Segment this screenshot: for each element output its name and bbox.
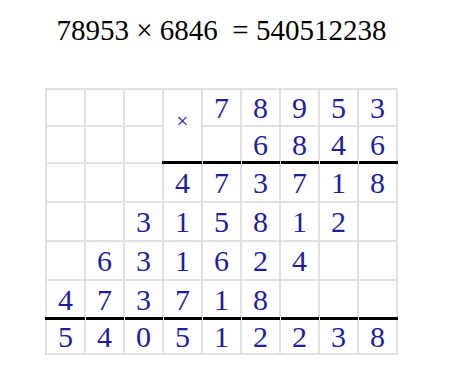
empty-cell [47, 242, 84, 279]
digit-cell: 8 [242, 90, 279, 125]
empty-cell [86, 90, 123, 125]
digit-cell: 4 [281, 242, 318, 279]
digit-cell: 2 [281, 320, 318, 353]
rule-gap-dot [241, 317, 242, 320]
digit-cell: 7 [281, 164, 318, 201]
digit-cell: 8 [242, 203, 279, 240]
empty-cell [203, 127, 240, 162]
multiplication-grid: ×789536846473718315812631624473718540512… [45, 88, 398, 355]
empty-cell [86, 164, 123, 201]
rule-gap-dot [202, 161, 203, 164]
digit-cell: 3 [359, 90, 396, 125]
rule-gap-dot [202, 317, 203, 320]
empty-cell [320, 242, 357, 279]
digit-cell: 9 [281, 90, 318, 125]
digit-cell: 7 [203, 164, 240, 201]
digit-cell: 2 [242, 242, 279, 279]
empty-cell [47, 127, 84, 162]
digit-cell: 3 [320, 320, 357, 353]
empty-cell [281, 281, 318, 318]
digit-cell: 3 [125, 281, 162, 318]
empty-cell [359, 203, 396, 240]
empty-cell [125, 90, 162, 125]
empty-cell [47, 90, 84, 125]
digit-cell: 1 [281, 203, 318, 240]
digit-cell: 3 [125, 242, 162, 279]
digit-cell: 6 [242, 127, 279, 162]
rule-gap-dot [280, 317, 281, 320]
digit-cell: 1 [320, 164, 357, 201]
digit-cell: 5 [203, 203, 240, 240]
rule-gap-dot [358, 317, 359, 320]
digit-cell: 4 [86, 320, 123, 353]
digit-cell: 7 [164, 281, 201, 318]
digit-cell: 5 [320, 90, 357, 125]
rule-gap-dot [319, 317, 320, 320]
digit-cell: 3 [242, 164, 279, 201]
sum-rule [45, 317, 398, 320]
rule-gap-dot [85, 317, 86, 320]
empty-cell [86, 203, 123, 240]
digit-cell: 6 [203, 242, 240, 279]
digit-cell: 1 [164, 242, 201, 279]
digit-cell: 2 [242, 320, 279, 353]
rule-gap-dot [319, 161, 320, 164]
rule-gap-dot [124, 317, 125, 320]
digit-cell: 7 [86, 281, 123, 318]
rule-gap-dot [163, 317, 164, 320]
digit-cell: 5 [164, 320, 201, 353]
digit-grid: ×789536846473718315812631624473718540512… [45, 88, 398, 355]
digit-cell: 4 [164, 164, 201, 201]
multiply-sign-cell: × [164, 90, 201, 162]
empty-cell [86, 127, 123, 162]
empty-cell [320, 281, 357, 318]
digit-cell: 6 [86, 242, 123, 279]
digit-cell: 2 [320, 203, 357, 240]
empty-cell [359, 281, 396, 318]
multiply-sign: × [177, 111, 189, 132]
digit-cell: 8 [359, 320, 396, 353]
empty-cell [47, 203, 84, 240]
digit-cell: 8 [242, 281, 279, 318]
digit-cell: 8 [281, 127, 318, 162]
digit-cell: 4 [47, 281, 84, 318]
digit-cell: 0 [125, 320, 162, 353]
digit-cell: 1 [203, 281, 240, 318]
digit-cell: 1 [203, 320, 240, 353]
digit-cell: 5 [47, 320, 84, 353]
digit-cell: 4 [320, 127, 357, 162]
rule-gap-dot [280, 161, 281, 164]
digit-cell: 3 [125, 203, 162, 240]
rule-gap-dot [241, 161, 242, 164]
digit-cell: 6 [359, 127, 396, 162]
empty-cell [359, 242, 396, 279]
rule-gap-dot [358, 161, 359, 164]
digit-cell: 7 [203, 90, 240, 125]
digit-cell: 1 [164, 203, 201, 240]
equation-title: 78953 × 6846 = 540512238 [45, 12, 398, 48]
digit-cell: 8 [359, 164, 396, 201]
empty-cell [125, 164, 162, 201]
empty-cell [47, 164, 84, 201]
worksheet-page: 78953 × 6846 = 540512238 ×78953684647371… [0, 0, 469, 390]
empty-cell [125, 127, 162, 162]
